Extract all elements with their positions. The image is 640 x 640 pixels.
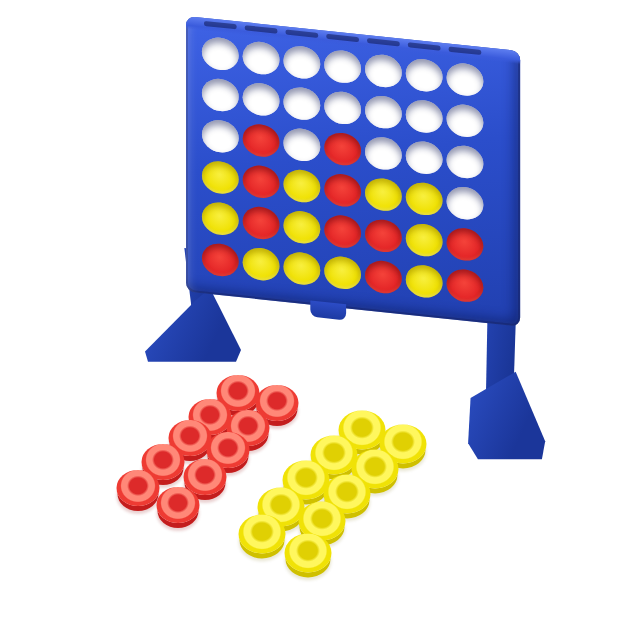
cell-r6c3-yellow-disc[interactable]	[283, 250, 320, 286]
cell-r1c7-empty[interactable]	[447, 61, 484, 97]
cell-r5c2-red-disc[interactable]	[243, 204, 280, 240]
red-spare-disc-10[interactable]	[157, 487, 200, 523]
drop-slot-c7[interactable]	[449, 47, 482, 55]
red-spare-disc-9[interactable]	[117, 470, 160, 506]
cell-r5c7-red-disc[interactable]	[447, 226, 484, 262]
cell-r3c2-red-disc[interactable]	[243, 122, 280, 158]
cell-r5c5-red-disc[interactable]	[365, 217, 402, 253]
cell-r2c7-empty[interactable]	[447, 102, 484, 138]
cell-r2c1-empty[interactable]	[202, 76, 239, 112]
cell-r4c6-yellow-disc[interactable]	[406, 180, 443, 216]
cell-r2c2-empty[interactable]	[243, 81, 280, 117]
cell-r3c1-empty[interactable]	[202, 118, 239, 154]
cell-r4c5-yellow-disc[interactable]	[365, 176, 402, 212]
cell-r4c2-red-disc[interactable]	[243, 163, 280, 199]
cell-r5c6-yellow-disc[interactable]	[406, 222, 443, 258]
drop-slot-c3[interactable]	[285, 29, 318, 37]
cell-r4c4-red-disc[interactable]	[324, 172, 361, 208]
drop-slot-c2[interactable]	[245, 25, 278, 33]
cell-r6c6-yellow-disc[interactable]	[406, 263, 443, 299]
cell-r4c1-yellow-disc[interactable]	[202, 159, 239, 195]
cell-r2c5-empty[interactable]	[365, 94, 402, 130]
cell-r6c1-red-disc[interactable]	[202, 241, 239, 277]
yellow-spare-disc-9[interactable]	[239, 515, 286, 554]
cell-r5c3-yellow-disc[interactable]	[283, 209, 320, 245]
cell-r3c5-empty[interactable]	[365, 135, 402, 171]
drop-slot-c5[interactable]	[367, 38, 400, 46]
cell-r3c3-empty[interactable]	[283, 126, 320, 162]
cell-r3c6-empty[interactable]	[406, 139, 443, 175]
cell-r3c4-red-disc[interactable]	[324, 131, 361, 167]
cell-r6c5-red-disc[interactable]	[365, 259, 402, 295]
drop-slot-c6[interactable]	[408, 42, 441, 50]
cell-r2c4-empty[interactable]	[324, 89, 361, 125]
cell-r4c3-yellow-disc[interactable]	[283, 168, 320, 204]
yellow-spare-disc-10[interactable]	[285, 534, 332, 573]
connect-four-scene	[0, 0, 640, 640]
drop-slot-c1[interactable]	[204, 21, 237, 29]
cell-r6c7-red-disc[interactable]	[447, 267, 484, 303]
board-grid	[200, 31, 485, 308]
cell-r5c4-red-disc[interactable]	[324, 213, 361, 249]
cell-r1c6-empty[interactable]	[406, 57, 443, 93]
connect-four-board	[186, 16, 520, 327]
board-center-tab	[310, 301, 346, 321]
cell-r2c3-empty[interactable]	[283, 85, 320, 121]
cell-r6c2-yellow-disc[interactable]	[243, 246, 280, 282]
cell-r6c4-yellow-disc[interactable]	[324, 254, 361, 290]
drop-slot-c4[interactable]	[326, 34, 359, 42]
cell-r1c1-empty[interactable]	[202, 35, 239, 71]
cell-r1c5-empty[interactable]	[365, 52, 402, 88]
cell-r1c4-empty[interactable]	[324, 48, 361, 84]
cell-r1c2-empty[interactable]	[243, 40, 280, 76]
cell-r4c7-empty[interactable]	[447, 185, 484, 221]
board-right-foot	[464, 368, 546, 462]
cell-r1c3-empty[interactable]	[283, 44, 320, 80]
cell-r3c7-empty[interactable]	[447, 143, 484, 179]
cell-r5c1-yellow-disc[interactable]	[202, 200, 239, 236]
cell-r2c6-empty[interactable]	[406, 98, 443, 134]
